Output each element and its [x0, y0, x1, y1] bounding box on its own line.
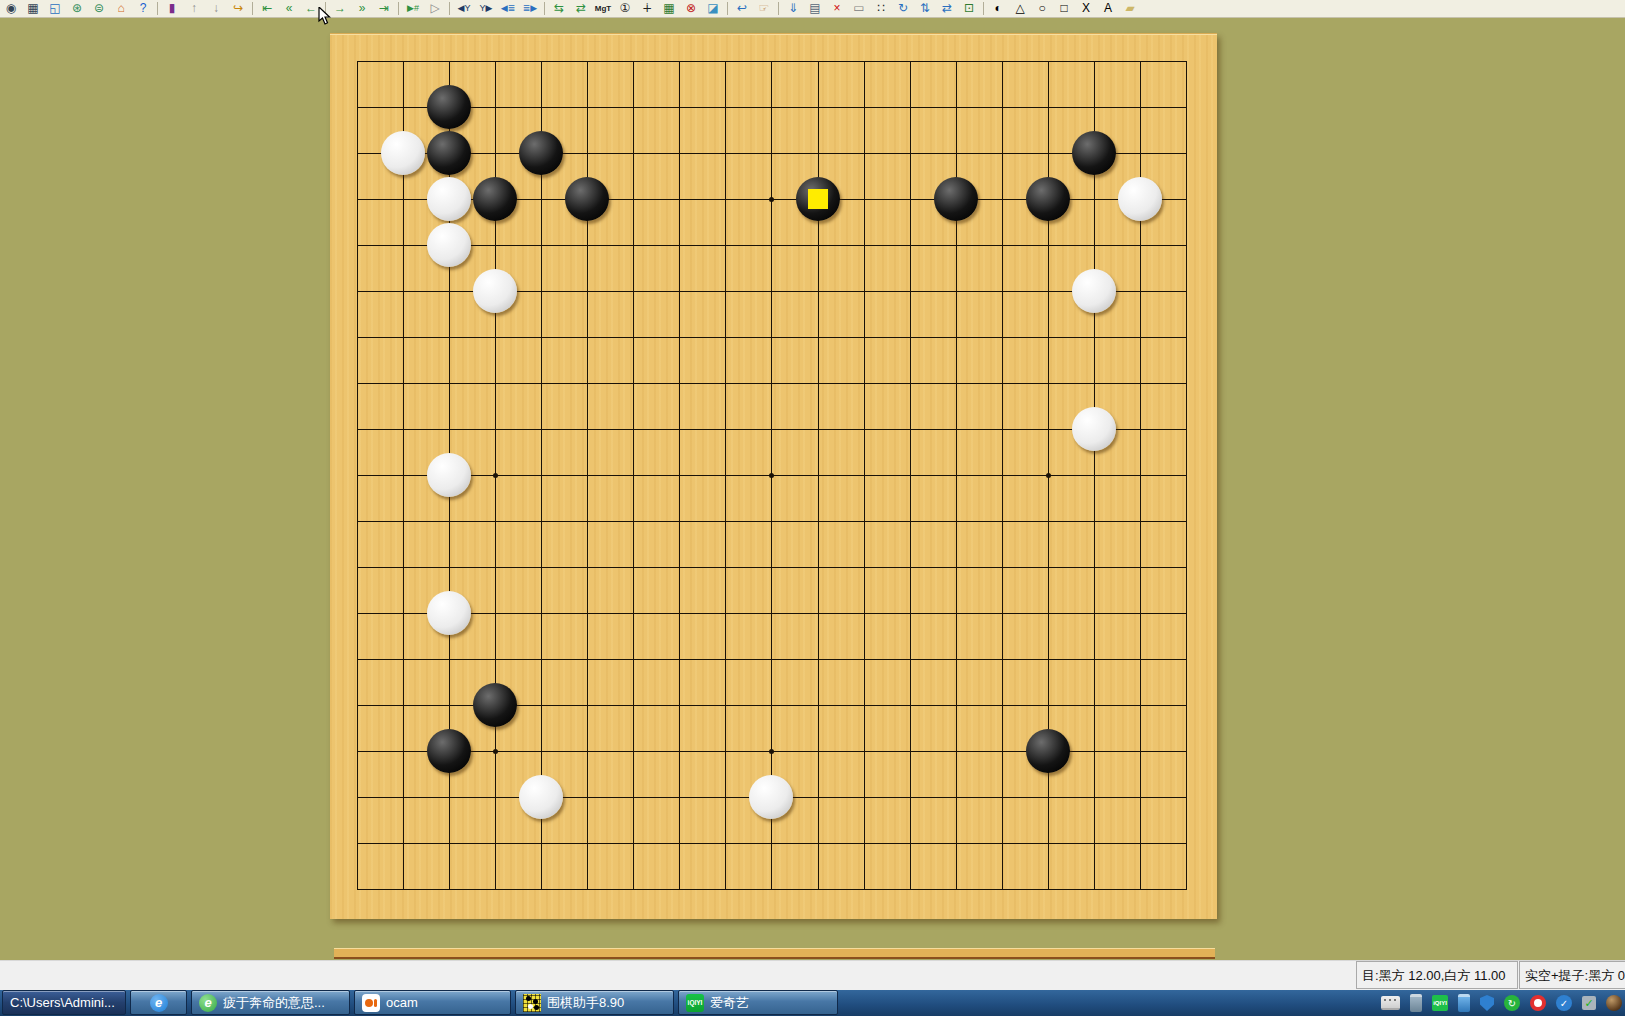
taskbar-button-weiqi[interactable]: 围棋助手8.90: [515, 990, 674, 1015]
taskbar-button-iqiyi[interactable]: iQIYI爱奇艺: [678, 990, 838, 1015]
grid-line-horizontal: [357, 843, 1187, 844]
star-point: [493, 749, 498, 754]
taskbar-button-webpage[interactable]: e疲于奔命的意思...: [191, 990, 350, 1015]
star-point: [769, 473, 774, 478]
cascade-windows-icon[interactable]: ⊡: [960, 1, 978, 16]
black-stone[interactable]: [1072, 131, 1116, 175]
grid-line-vertical: [1186, 61, 1187, 890]
add-stones-icon[interactable]: ∔: [638, 1, 656, 16]
prev-branch-icon[interactable]: ◀Y: [455, 1, 473, 16]
black-stone[interactable]: [473, 177, 517, 221]
white-stone[interactable]: [427, 453, 471, 497]
black-stone[interactable]: [519, 131, 563, 175]
taskbar-button-browser[interactable]: e: [130, 990, 187, 1015]
iqiyi-tray-icon[interactable]: iQIYI: [1432, 995, 1448, 1011]
resize-board-icon[interactable]: ◱: [46, 1, 64, 16]
grid-line-horizontal: [357, 521, 1187, 522]
keyboard-tray-icon[interactable]: [1381, 996, 1400, 1010]
move-down-icon[interactable]: ↓: [207, 1, 225, 16]
white-stone[interactable]: [427, 223, 471, 267]
rotate-board-icon[interactable]: ↻: [894, 1, 912, 16]
mouse-cursor: [318, 7, 334, 27]
toolbar-separator: [727, 2, 728, 15]
first-move-icon[interactable]: ⇤: [258, 1, 276, 16]
white-stone[interactable]: [1072, 407, 1116, 451]
web-sync-icon[interactable]: ⊜: [90, 1, 108, 16]
web-publish-icon[interactable]: ⊛: [68, 1, 86, 16]
move-up-icon[interactable]: ↑: [185, 1, 203, 16]
move-numbers-icon[interactable]: ①: [616, 1, 634, 16]
go-board-panel: [330, 33, 1217, 919]
white-stone[interactable]: [749, 775, 793, 819]
black-stone[interactable]: [473, 683, 517, 727]
taskbar-button-label: C:\Users\Admini...: [10, 995, 115, 1010]
toolbar-separator: [449, 2, 450, 15]
book-icon[interactable]: ▮: [163, 1, 181, 16]
grid-line-vertical: [910, 61, 911, 890]
white-stone[interactable]: [381, 131, 425, 175]
auto-play-icon[interactable]: ▷: [426, 1, 444, 16]
white-stone[interactable]: [1118, 177, 1162, 221]
toolbar-separator: [544, 2, 545, 15]
eraser-mark-icon[interactable]: ▰: [1121, 1, 1139, 16]
black-stone[interactable]: [565, 177, 609, 221]
fast-backward-icon[interactable]: «: [280, 1, 298, 16]
flip-horizontal-icon[interactable]: ⇄: [938, 1, 956, 16]
white-stone[interactable]: [519, 775, 563, 819]
usb2-tray-icon[interactable]: [1458, 994, 1470, 1012]
grid-line-horizontal: [357, 889, 1187, 890]
system-tray: iQIYI↻✓✓: [1381, 990, 1625, 1016]
auto-play-numbered-icon[interactable]: ▶#: [404, 1, 422, 16]
toolbar-separator: [398, 2, 399, 15]
goboard-icon: [523, 994, 541, 1012]
taskbar-button-explorer[interactable]: C:\Users\Admini...: [2, 990, 126, 1015]
stone-pattern-icon[interactable]: ∷: [872, 1, 890, 16]
ocam-icon: [362, 994, 380, 1012]
board-bottom-edge: [334, 948, 1215, 959]
circle-mark-icon[interactable]: ○: [1033, 1, 1051, 16]
flip-vertical-icon[interactable]: ⇅: [916, 1, 934, 16]
grid-line-horizontal: [357, 567, 1187, 568]
green-circle-tray-icon[interactable]: ↻: [1504, 995, 1520, 1011]
swap-color-icon[interactable]: ⇆: [550, 1, 568, 16]
eraser-3d-icon[interactable]: ◪: [704, 1, 722, 16]
shield-check-tray-icon[interactable]: ✓: [1556, 995, 1572, 1011]
usb-check-tray-icon[interactable]: ✓: [1582, 996, 1596, 1010]
grid-line-vertical: [864, 61, 865, 890]
grid-line-vertical: [1094, 61, 1095, 890]
toolbar-separator: [778, 2, 779, 15]
letter-mark-icon[interactable]: A: [1099, 1, 1117, 16]
mgt-format-icon[interactable]: MgT: [594, 1, 612, 16]
open-folder-icon[interactable]: ↪: [229, 1, 247, 16]
next-branch-icon[interactable]: Y▶: [477, 1, 495, 16]
grid-line-horizontal: [357, 659, 1187, 660]
star-point: [493, 473, 498, 478]
app-icon[interactable]: ◉: [2, 1, 20, 16]
star-point: [769, 749, 774, 754]
delete-all-icon[interactable]: ×: [828, 1, 846, 16]
usb-tray-icon[interactable]: [1410, 994, 1422, 1012]
last-move-marker: [808, 189, 828, 209]
taskbar-button-label: 疲于奔命的意思...: [223, 994, 325, 1012]
home-icon[interactable]: ⌂: [112, 1, 130, 16]
toolbar-separator: [983, 2, 984, 15]
status-capture: 实空+提子:黑方 0+0-: [1519, 961, 1625, 989]
select-region-icon[interactable]: ▭: [850, 1, 868, 16]
security-shield-tray-icon[interactable]: [1480, 995, 1494, 1011]
taskbar: iQIYI↻✓✓ C:\Users\Admini...ee疲于奔命的意思...o…: [0, 990, 1625, 1016]
show-full-board-icon[interactable]: ▦: [660, 1, 678, 16]
white-stone[interactable]: [473, 269, 517, 313]
swirl-sphere-tray-icon[interactable]: [1606, 995, 1622, 1011]
star-point: [1046, 473, 1051, 478]
go-board[interactable]: [357, 61, 1187, 890]
toolbar: ◉▦◱⊛⊜⌂?▮↑↓↪⇤«←→»⇥▶#▷◀YY▶◀≣≣▶⇆⇄MgT①∔▦⊗◪↩☞…: [0, 0, 1625, 18]
status-bar: 目:黑方 12.00,白方 11.00 实空+提子:黑方 0+0-: [0, 960, 1625, 991]
drop-stone-icon[interactable]: ⇓: [784, 1, 802, 16]
white-stone[interactable]: [1072, 269, 1116, 313]
toggle-stone-color-icon[interactable]: ◐: [989, 1, 1007, 16]
board-setup-icon[interactable]: ▦: [24, 1, 42, 16]
last-move-icon[interactable]: ⇥: [375, 1, 393, 16]
branch-end-icon[interactable]: ≣▶: [521, 1, 539, 16]
toolbar-separator: [252, 2, 253, 15]
black-stone[interactable]: [934, 177, 978, 221]
star-point: [769, 197, 774, 202]
takeback-icon[interactable]: ↩: [733, 1, 751, 16]
taskbar-button-label: 爱奇艺: [710, 994, 749, 1012]
desktop: ◉▦◱⊛⊜⌂?▮↑↓↪⇤«←→»⇥▶#▷◀YY▶◀≣≣▶⇆⇄MgT①∔▦⊗◪↩☞…: [0, 0, 1625, 1016]
black-stone[interactable]: [1026, 729, 1070, 773]
iqiyi-icon: iQIYI: [686, 994, 704, 1012]
black-stone[interactable]: [1026, 177, 1070, 221]
cycle-variation-icon[interactable]: ⇄: [572, 1, 590, 16]
taskbar-button-label: 围棋助手8.90: [547, 994, 624, 1012]
hand-tool-icon[interactable]: ☞: [755, 1, 773, 16]
e-blue-icon: e: [150, 994, 168, 1012]
e-green-icon: e: [199, 994, 217, 1012]
taskbar-button-label: ocam: [386, 995, 418, 1010]
taskbar-button-ocam[interactable]: ocam: [354, 990, 511, 1015]
fast-forward-icon[interactable]: »: [353, 1, 371, 16]
remove-stone-icon[interactable]: ⊗: [682, 1, 700, 16]
status-territory: 目:黑方 12.00,白方 11.00: [1356, 961, 1518, 989]
toolbar-separator: [157, 2, 158, 15]
branch-start-icon[interactable]: ◀≣: [499, 1, 517, 16]
grid-line-horizontal: [357, 613, 1187, 614]
black-stone[interactable]: [427, 85, 471, 129]
x-mark-icon[interactable]: X: [1077, 1, 1095, 16]
square-mark-icon[interactable]: □: [1055, 1, 1073, 16]
count-calculator-icon[interactable]: ▤: [806, 1, 824, 16]
help-icon[interactable]: ?: [134, 1, 152, 16]
black-stone[interactable]: [427, 131, 471, 175]
white-stone[interactable]: [427, 591, 471, 635]
black-stone[interactable]: [427, 729, 471, 773]
grid-line-vertical: [1002, 61, 1003, 890]
red-ring-tray-icon[interactable]: [1530, 995, 1546, 1011]
white-stone[interactable]: [427, 177, 471, 221]
triangle-mark-icon[interactable]: △: [1011, 1, 1029, 16]
